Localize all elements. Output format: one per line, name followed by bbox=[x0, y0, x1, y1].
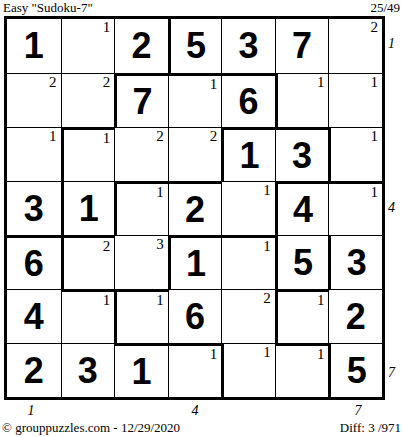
cell-r4c2: 1 bbox=[61, 181, 115, 235]
col-label-4: 4 bbox=[185, 403, 205, 419]
given-digit: 4 bbox=[24, 299, 44, 335]
given-digit: 5 bbox=[347, 353, 367, 389]
given-digit: 6 bbox=[239, 84, 259, 120]
given-digit: 3 bbox=[239, 28, 259, 64]
row-label-4: 4 bbox=[388, 200, 403, 216]
cell-r7c1: 2 bbox=[7, 343, 61, 397]
cell-r7c2: 3 bbox=[61, 343, 115, 397]
cell-r5c3[interactable]: 3 bbox=[114, 235, 168, 289]
cell-r6c5[interactable]: 2 bbox=[221, 289, 275, 343]
given-digit: 1 bbox=[24, 28, 44, 64]
cell-r7c7: 5 bbox=[328, 343, 382, 397]
cell-r5c2[interactable]: 2 bbox=[61, 235, 115, 289]
cell-r5c6: 5 bbox=[275, 235, 329, 289]
solve-order-mark: 1 bbox=[49, 129, 57, 145]
puzzle-title: Easy "Sudoku-7" bbox=[3, 0, 93, 16]
cell-r6c2[interactable]: 1 bbox=[61, 289, 115, 343]
cell-r3c4[interactable]: 2 bbox=[168, 127, 222, 181]
solve-order-mark: 1 bbox=[263, 183, 271, 199]
given-digit: 2 bbox=[131, 28, 151, 64]
solve-order-mark: 1 bbox=[103, 293, 111, 309]
row-label-7: 7 bbox=[388, 365, 403, 381]
cell-r5c4: 1 bbox=[168, 235, 222, 289]
cell-r1c5: 3 bbox=[221, 19, 275, 73]
solve-order-mark: 1 bbox=[317, 293, 325, 309]
cell-r2c6[interactable]: 1 bbox=[275, 73, 329, 127]
solve-order-mark: 1 bbox=[210, 347, 218, 363]
cell-r5c7: 3 bbox=[328, 235, 382, 289]
cell-r4c1: 3 bbox=[7, 181, 61, 235]
given-digit: 7 bbox=[132, 84, 152, 120]
cell-r1c1: 1 bbox=[7, 19, 61, 73]
solve-order-mark: 2 bbox=[49, 75, 57, 91]
given-digit: 3 bbox=[347, 245, 367, 281]
cell-r1c7[interactable]: 2 bbox=[328, 19, 382, 73]
cell-r6c1: 4 bbox=[7, 289, 61, 343]
cell-r3c2[interactable]: 1 bbox=[61, 127, 115, 181]
given-digit: 2 bbox=[24, 353, 44, 389]
given-digit: 2 bbox=[185, 192, 205, 228]
cell-r7c6[interactable]: 1 bbox=[275, 343, 329, 397]
cell-r7c5[interactable]: 1 bbox=[221, 343, 275, 397]
cell-r4c7[interactable]: 1 bbox=[328, 181, 382, 235]
cell-r2c7[interactable]: 1 bbox=[328, 73, 382, 127]
solve-order-mark: 2 bbox=[371, 20, 379, 36]
cell-r7c3: 1 bbox=[114, 343, 168, 397]
solve-order-mark: 1 bbox=[317, 75, 325, 91]
cell-r6c7: 2 bbox=[328, 289, 382, 343]
solve-order-mark: 1 bbox=[263, 239, 271, 255]
cell-r2c4[interactable]: 1 bbox=[168, 73, 222, 127]
solve-order-mark: 1 bbox=[371, 185, 379, 201]
cell-r5c5[interactable]: 1 bbox=[221, 235, 275, 289]
cell-r4c6: 4 bbox=[275, 181, 329, 235]
given-digit: 5 bbox=[186, 28, 206, 64]
cell-r6c6[interactable]: 1 bbox=[275, 289, 329, 343]
solve-order-mark: 2 bbox=[103, 239, 111, 255]
cell-r3c5: 1 bbox=[221, 127, 275, 181]
solve-order-mark: 1 bbox=[371, 75, 379, 91]
cell-r4c3[interactable]: 1 bbox=[114, 181, 168, 235]
cell-r1c6: 7 bbox=[275, 19, 329, 73]
given-digit: 1 bbox=[186, 246, 206, 282]
cell-r7c4[interactable]: 1 bbox=[168, 343, 222, 397]
cell-r6c4: 6 bbox=[168, 289, 222, 343]
col-label-1: 1 bbox=[21, 403, 41, 419]
solve-order-mark: 1 bbox=[317, 347, 325, 363]
solve-order-mark: 3 bbox=[156, 237, 164, 253]
cell-r3c1[interactable]: 1 bbox=[7, 127, 61, 181]
cell-r2c1[interactable]: 2 bbox=[7, 73, 61, 127]
col-label-7: 7 bbox=[348, 403, 368, 419]
sudoku-board: 1125372227161111221313112141623115341162… bbox=[4, 16, 385, 400]
solve-order-mark: 1 bbox=[263, 345, 271, 361]
cell-r5c1: 6 bbox=[7, 235, 61, 289]
given-digit: 5 bbox=[293, 245, 313, 281]
solve-order-mark: 1 bbox=[210, 77, 218, 93]
cell-r3c7[interactable]: 1 bbox=[328, 127, 382, 181]
given-digit: 1 bbox=[240, 138, 260, 174]
solve-order-mark: 1 bbox=[103, 131, 111, 147]
solve-order-mark: 1 bbox=[371, 129, 379, 145]
cell-r4c5[interactable]: 1 bbox=[221, 181, 275, 235]
given-digit: 7 bbox=[292, 28, 312, 64]
solve-order-mark: 2 bbox=[103, 75, 111, 91]
copyright-text: © grouppuzzles.com - 12/29/2020 bbox=[2, 420, 180, 436]
solve-order-mark: 1 bbox=[103, 20, 111, 36]
row-label-1: 1 bbox=[388, 36, 403, 52]
given-digit: 3 bbox=[24, 191, 44, 227]
solve-order-mark: 1 bbox=[156, 293, 164, 309]
solve-order-mark: 2 bbox=[156, 129, 164, 145]
cell-r2c3: 7 bbox=[114, 73, 168, 127]
given-digit: 3 bbox=[78, 353, 98, 389]
cell-r4c4: 2 bbox=[168, 181, 222, 235]
given-digit: 6 bbox=[24, 246, 44, 282]
cell-r1c2[interactable]: 1 bbox=[61, 19, 115, 73]
given-digit: 2 bbox=[346, 299, 366, 335]
given-digit: 3 bbox=[292, 138, 312, 174]
given-digit: 1 bbox=[131, 354, 151, 390]
solve-order-mark: 2 bbox=[263, 291, 271, 307]
cell-r2c5: 6 bbox=[221, 73, 275, 127]
cell-r3c3[interactable]: 2 bbox=[114, 127, 168, 181]
cell-r1c3: 2 bbox=[114, 19, 168, 73]
cell-r2c2[interactable]: 2 bbox=[61, 73, 115, 127]
solve-order-mark: 2 bbox=[210, 129, 218, 145]
given-digit: 6 bbox=[185, 299, 205, 335]
cell-r6c3[interactable]: 1 bbox=[114, 289, 168, 343]
empty-cell-counter: 25/49 bbox=[370, 0, 400, 16]
given-digit: 1 bbox=[79, 191, 99, 227]
solve-order-mark: 1 bbox=[156, 185, 164, 201]
given-digit: 4 bbox=[293, 192, 313, 228]
cell-r3c6: 3 bbox=[275, 127, 329, 181]
cell-r1c4: 5 bbox=[168, 19, 222, 73]
difficulty-text: Diff: 3 /971 bbox=[340, 420, 401, 436]
